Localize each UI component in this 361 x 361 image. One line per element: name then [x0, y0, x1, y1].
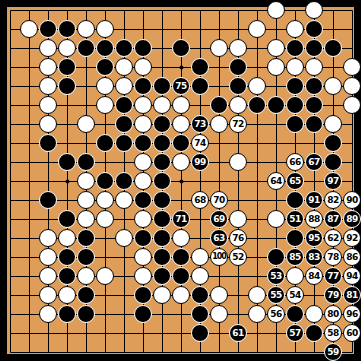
stone-white — [172, 115, 190, 133]
stone-white — [77, 20, 95, 38]
stone-black — [77, 305, 95, 323]
stone-black — [286, 77, 304, 95]
stone-white-move-96: 96 — [343, 305, 361, 323]
stone-black — [210, 96, 228, 114]
stone-white — [39, 96, 57, 114]
stone-black — [96, 58, 114, 76]
stone-white — [343, 96, 361, 114]
stone-white-move-54: 54 — [286, 286, 304, 304]
stone-black — [191, 77, 209, 95]
stone-black — [153, 248, 171, 266]
stone-white — [210, 286, 228, 304]
stone-white — [210, 39, 228, 57]
stone-black-move-89: 89 — [343, 210, 361, 228]
stone-white — [267, 210, 285, 228]
stone-black — [153, 172, 171, 190]
stone-white — [96, 20, 114, 38]
stone-white — [115, 77, 133, 95]
stone-black-move-87: 87 — [324, 210, 342, 228]
stone-black — [305, 115, 323, 133]
stone-black-move-81: 81 — [343, 286, 361, 304]
stone-black — [58, 153, 76, 171]
stone-white-move-62: 62 — [324, 229, 342, 247]
stone-white — [267, 39, 285, 57]
stone-white-move-78: 78 — [324, 248, 342, 266]
stone-white — [58, 39, 76, 57]
stone-black — [39, 191, 57, 209]
stone-black — [324, 39, 342, 57]
go-board[interactable]: 7573727499666764659768709182907169518887… — [0, 0, 361, 361]
stone-white — [39, 229, 57, 247]
stone-white — [134, 96, 152, 114]
stone-black — [96, 134, 114, 152]
stone-white — [115, 229, 133, 247]
stone-black — [115, 134, 133, 152]
stone-white-move-72: 72 — [229, 115, 247, 133]
stone-white — [115, 191, 133, 209]
stone-black-move-59: 59 — [324, 343, 342, 361]
stone-white-move-86: 86 — [343, 248, 361, 266]
stone-black — [115, 39, 133, 57]
stone-white — [77, 115, 95, 133]
stone-white — [248, 305, 266, 323]
stone-white — [248, 20, 266, 38]
stone-white — [248, 77, 266, 95]
stone-white — [153, 96, 171, 114]
stone-white — [172, 153, 190, 171]
stone-black-move-91: 91 — [305, 191, 323, 209]
stone-black-move-53: 53 — [267, 267, 285, 285]
stone-black-move-73: 73 — [191, 115, 209, 133]
stone-black — [191, 324, 209, 342]
stone-black — [77, 248, 95, 266]
stone-black — [134, 305, 152, 323]
stone-black-move-61: 61 — [229, 324, 247, 342]
stone-black — [305, 20, 323, 38]
stone-white — [39, 58, 57, 76]
stone-black — [267, 248, 285, 266]
stone-black — [134, 229, 152, 247]
stone-black — [153, 134, 171, 152]
stone-white — [305, 58, 323, 76]
stone-black — [58, 58, 76, 76]
stone-white-move-66: 66 — [286, 153, 304, 171]
stone-white — [58, 229, 76, 247]
stone-white — [39, 77, 57, 95]
stone-white-move-92: 92 — [343, 229, 361, 247]
stone-black-move-95: 95 — [305, 229, 323, 247]
stone-black — [58, 267, 76, 285]
stone-black — [172, 134, 190, 152]
stone-black — [248, 96, 266, 114]
stone-black — [153, 77, 171, 95]
stone-white — [96, 267, 114, 285]
stone-white — [96, 210, 114, 228]
stone-black — [324, 153, 342, 171]
stone-black — [267, 96, 285, 114]
stone-black — [153, 210, 171, 228]
stone-white-move-56: 56 — [267, 305, 285, 323]
stone-white — [172, 286, 190, 304]
stone-black — [305, 39, 323, 57]
stone-black — [77, 39, 95, 57]
stone-white — [305, 1, 323, 19]
stone-black — [172, 39, 190, 57]
stone-white — [39, 115, 57, 133]
stone-white — [191, 267, 209, 285]
stone-white — [153, 286, 171, 304]
stone-black — [305, 324, 323, 342]
stone-black — [305, 96, 323, 114]
stone-black-move-69: 69 — [210, 210, 228, 228]
stone-black — [96, 39, 114, 57]
stone-white-move-94: 94 — [343, 267, 361, 285]
stone-white — [39, 248, 57, 266]
stone-black — [58, 20, 76, 38]
stone-white-move-82: 82 — [324, 191, 342, 209]
stone-white — [96, 96, 114, 114]
stone-white — [229, 39, 247, 57]
stone-black-move-55: 55 — [267, 286, 285, 304]
stone-black — [229, 77, 247, 95]
stone-white — [77, 191, 95, 209]
stone-black — [134, 191, 152, 209]
stone-black — [58, 248, 76, 266]
stone-black — [77, 153, 95, 171]
stone-white — [286, 267, 304, 285]
stone-black-move-79: 79 — [324, 286, 342, 304]
stone-white — [286, 58, 304, 76]
stone-black — [58, 77, 76, 95]
stone-black — [286, 305, 304, 323]
stone-black-move-57: 57 — [286, 324, 304, 342]
stone-white — [267, 58, 285, 76]
stone-black — [286, 96, 304, 114]
stone-black-move-85: 85 — [286, 248, 304, 266]
stone-black-move-51: 51 — [286, 210, 304, 228]
stone-black — [153, 229, 171, 247]
stone-white — [39, 39, 57, 57]
stone-white — [39, 267, 57, 285]
stone-black — [153, 153, 171, 171]
stone-white-move-80: 80 — [324, 305, 342, 323]
stone-black — [134, 134, 152, 152]
stone-black — [191, 286, 209, 304]
stone-black-move-83: 83 — [305, 248, 323, 266]
stone-white — [39, 286, 57, 304]
stone-black — [115, 172, 133, 190]
stone-white — [115, 58, 133, 76]
stone-white-move-100: 100 — [210, 248, 228, 266]
stone-white — [324, 77, 342, 95]
stone-black — [286, 39, 304, 57]
stone-white — [229, 96, 247, 114]
stone-white-move-70: 70 — [210, 191, 228, 209]
stone-white-move-74: 74 — [191, 134, 209, 152]
stone-black — [153, 115, 171, 133]
stone-white — [134, 58, 152, 76]
stone-black-move-97: 97 — [324, 172, 342, 190]
stone-white — [77, 172, 95, 190]
stone-black — [77, 229, 95, 247]
stone-white — [39, 305, 57, 323]
stone-black — [324, 134, 342, 152]
stone-black-move-63: 63 — [210, 229, 228, 247]
stone-white-move-76: 76 — [229, 229, 247, 247]
stone-black — [134, 39, 152, 57]
stone-white — [343, 77, 361, 95]
stone-black — [153, 267, 171, 285]
stone-white — [210, 305, 228, 323]
stone-black — [153, 191, 171, 209]
stone-black — [39, 20, 57, 38]
stone-black-move-77: 77 — [324, 267, 342, 285]
stone-black-move-65: 65 — [286, 172, 304, 190]
stone-black — [305, 77, 323, 95]
stone-black — [58, 305, 76, 323]
stone-white — [134, 153, 152, 171]
stone-black-move-67: 67 — [305, 153, 323, 171]
stone-black — [77, 286, 95, 304]
stone-white — [20, 20, 38, 38]
stone-white-move-58: 58 — [324, 324, 342, 342]
stone-black — [286, 229, 304, 247]
stone-white — [134, 210, 152, 228]
stone-white — [286, 20, 304, 38]
stone-black — [172, 248, 190, 266]
stone-black — [286, 191, 304, 209]
stone-white — [229, 153, 247, 171]
stone-white — [134, 115, 152, 133]
stone-white-move-90: 90 — [343, 191, 361, 209]
stone-white — [96, 77, 114, 95]
stone-white-move-88: 88 — [305, 210, 323, 228]
stone-black — [115, 96, 133, 114]
stone-black — [191, 58, 209, 76]
stone-black — [229, 58, 247, 76]
stone-white-move-68: 68 — [191, 191, 209, 209]
stone-white — [248, 286, 266, 304]
stone-white — [229, 210, 247, 228]
stone-white — [172, 96, 190, 114]
stone-black — [96, 172, 114, 190]
stone-black — [286, 115, 304, 133]
stone-white — [343, 58, 361, 76]
stone-black — [191, 305, 209, 323]
stone-black-move-71: 71 — [172, 210, 190, 228]
stone-white — [191, 248, 209, 266]
stone-black — [172, 267, 190, 285]
stone-black — [134, 77, 152, 95]
stone-white-move-84: 84 — [305, 267, 323, 285]
stone-white — [172, 229, 190, 247]
stone-white — [134, 248, 152, 266]
stone-white-move-64: 64 — [267, 172, 285, 190]
stone-black — [134, 286, 152, 304]
stone-white — [134, 267, 152, 285]
stone-white — [324, 115, 342, 133]
stone-white — [96, 191, 114, 209]
stone-black — [115, 115, 133, 133]
stone-white — [77, 267, 95, 285]
stone-black-move-99: 99 — [191, 153, 209, 171]
stone-white — [305, 305, 323, 323]
stone-black-move-75: 75 — [172, 77, 190, 95]
stone-white — [210, 115, 228, 133]
stone-white — [77, 210, 95, 228]
stone-black — [39, 134, 57, 152]
stone-white-move-52: 52 — [229, 248, 247, 266]
stone-white-move-60: 60 — [343, 324, 361, 342]
stone-black — [58, 210, 76, 228]
stone-white — [134, 172, 152, 190]
stone-white — [58, 286, 76, 304]
stone-white — [267, 1, 285, 19]
